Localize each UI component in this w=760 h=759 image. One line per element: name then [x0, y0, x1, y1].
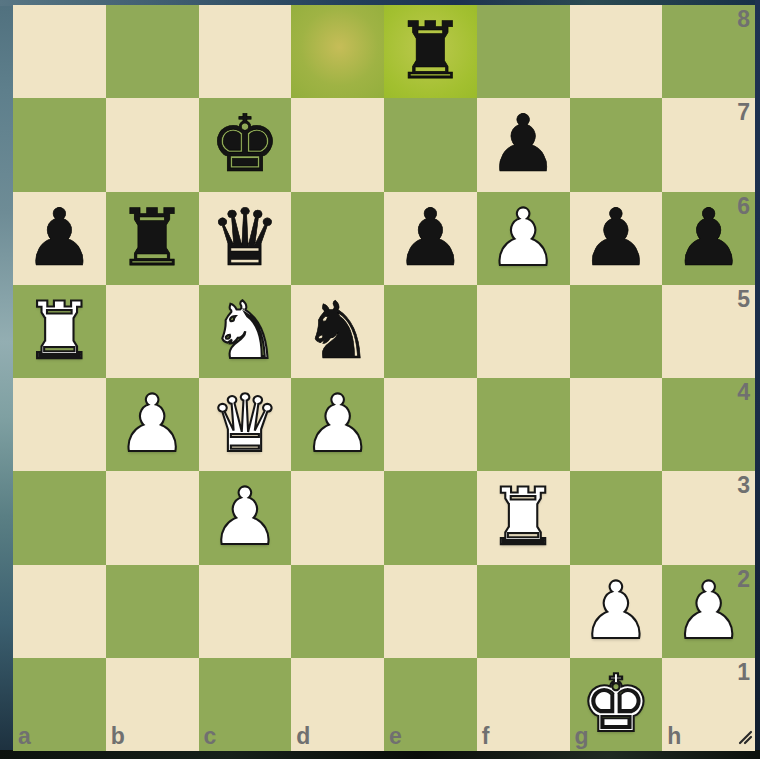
square-f5[interactable] — [477, 285, 570, 378]
square-d8[interactable] — [291, 5, 384, 98]
square-g8[interactable] — [570, 5, 663, 98]
square-h8[interactable]: 8 — [662, 5, 755, 98]
square-h2[interactable]: ♟2 — [662, 565, 755, 658]
white-queen[interactable]: ♛ — [209, 385, 280, 464]
rank-label-5: 5 — [737, 288, 750, 311]
square-f4[interactable] — [477, 378, 570, 471]
white-pawn[interactable]: ♟ — [209, 478, 280, 557]
file-label-c: c — [204, 725, 217, 748]
square-g4[interactable] — [570, 378, 663, 471]
black-knight[interactable]: ♞ — [302, 292, 373, 371]
square-c6[interactable]: ♛ — [199, 192, 292, 285]
file-label-d: d — [296, 725, 310, 748]
black-queen[interactable]: ♛ — [209, 199, 280, 278]
square-b7[interactable] — [106, 98, 199, 191]
file-label-f: f — [482, 725, 490, 748]
square-f1[interactable]: f — [477, 658, 570, 751]
square-g7[interactable] — [570, 98, 663, 191]
black-rook[interactable]: ♜ — [395, 12, 466, 91]
square-h5[interactable]: 5 — [662, 285, 755, 378]
square-e7[interactable] — [384, 98, 477, 191]
background-bottom-strip — [0, 750, 760, 759]
square-f7[interactable]: ♟ — [477, 98, 570, 191]
white-pawn[interactable]: ♟ — [673, 572, 744, 651]
square-c3[interactable]: ♟ — [199, 471, 292, 564]
square-b2[interactable] — [106, 565, 199, 658]
square-a5[interactable]: ♜ — [13, 285, 106, 378]
square-e3[interactable] — [384, 471, 477, 564]
square-d7[interactable] — [291, 98, 384, 191]
square-d5[interactable]: ♞ — [291, 285, 384, 378]
rank-label-1: 1 — [737, 661, 750, 684]
square-e5[interactable] — [384, 285, 477, 378]
square-d2[interactable] — [291, 565, 384, 658]
square-d1[interactable]: d — [291, 658, 384, 751]
square-d4[interactable]: ♟ — [291, 378, 384, 471]
square-a2[interactable] — [13, 565, 106, 658]
white-pawn[interactable]: ♟ — [580, 572, 651, 651]
square-a3[interactable] — [13, 471, 106, 564]
square-c4[interactable]: ♛ — [199, 378, 292, 471]
background-right-strip — [755, 0, 760, 759]
square-e1[interactable]: e — [384, 658, 477, 751]
square-c1[interactable]: c — [199, 658, 292, 751]
square-e2[interactable] — [384, 565, 477, 658]
square-h3[interactable]: 3 — [662, 471, 755, 564]
square-f6[interactable]: ♟ — [477, 192, 570, 285]
white-pawn[interactable]: ♟ — [302, 385, 373, 464]
white-king[interactable]: ♚ — [580, 665, 651, 744]
white-rook[interactable]: ♜ — [488, 478, 559, 557]
square-a6[interactable]: ♟ — [13, 192, 106, 285]
square-h1[interactable]: 1h — [662, 658, 755, 751]
white-knight[interactable]: ♞ — [209, 292, 280, 371]
file-label-e: e — [389, 725, 402, 748]
square-e8[interactable]: ♜ — [384, 5, 477, 98]
resize-handle-icon[interactable] — [738, 730, 753, 749]
square-g5[interactable] — [570, 285, 663, 378]
square-f3[interactable]: ♜ — [477, 471, 570, 564]
square-g6[interactable]: ♟ — [570, 192, 663, 285]
square-c5[interactable]: ♞ — [199, 285, 292, 378]
white-rook[interactable]: ♜ — [24, 292, 95, 371]
rank-label-3: 3 — [737, 474, 750, 497]
square-b3[interactable] — [106, 471, 199, 564]
square-c7[interactable]: ♚ — [199, 98, 292, 191]
square-h4[interactable]: 4 — [662, 378, 755, 471]
square-h6[interactable]: ♟6 — [662, 192, 755, 285]
square-g3[interactable] — [570, 471, 663, 564]
square-h7[interactable]: 7 — [662, 98, 755, 191]
black-pawn[interactable]: ♟ — [488, 105, 559, 184]
black-rook[interactable]: ♜ — [117, 199, 188, 278]
rank-label-7: 7 — [737, 101, 750, 124]
black-pawn[interactable]: ♟ — [673, 199, 744, 278]
square-b6[interactable]: ♜ — [106, 192, 199, 285]
square-a4[interactable] — [13, 378, 106, 471]
file-label-b: b — [111, 725, 125, 748]
square-g2[interactable]: ♟ — [570, 565, 663, 658]
square-d6[interactable] — [291, 192, 384, 285]
chess-board: ♜8♚♟7♟♜♛♟♟♟♟6♜♞♞5♟♛♟4♟♜3♟♟2abcdef♚g1h — [13, 5, 755, 751]
file-label-h: h — [667, 725, 681, 748]
square-d3[interactable] — [291, 471, 384, 564]
rank-label-8: 8 — [737, 8, 750, 31]
square-a8[interactable] — [13, 5, 106, 98]
black-pawn[interactable]: ♟ — [580, 199, 651, 278]
file-label-a: a — [18, 725, 31, 748]
square-c8[interactable] — [199, 5, 292, 98]
square-a7[interactable] — [13, 98, 106, 191]
background-sky-left-strip — [0, 0, 14, 759]
black-pawn[interactable]: ♟ — [395, 199, 466, 278]
white-pawn[interactable]: ♟ — [488, 199, 559, 278]
square-g1[interactable]: ♚g — [570, 658, 663, 751]
square-b4[interactable]: ♟ — [106, 378, 199, 471]
square-f8[interactable] — [477, 5, 570, 98]
rank-label-4: 4 — [737, 381, 750, 404]
square-a1[interactable]: a — [13, 658, 106, 751]
square-e4[interactable] — [384, 378, 477, 471]
square-c2[interactable] — [199, 565, 292, 658]
black-king[interactable]: ♚ — [209, 105, 280, 184]
black-pawn[interactable]: ♟ — [24, 199, 95, 278]
square-b5[interactable] — [106, 285, 199, 378]
white-pawn[interactable]: ♟ — [117, 385, 188, 464]
square-e6[interactable]: ♟ — [384, 192, 477, 285]
square-b1[interactable]: b — [106, 658, 199, 751]
square-f2[interactable] — [477, 565, 570, 658]
square-b8[interactable] — [106, 5, 199, 98]
